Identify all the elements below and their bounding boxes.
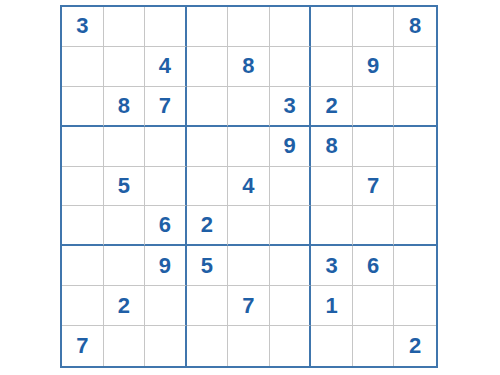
cell-r6c6[interactable] xyxy=(270,206,312,246)
cell-r2c5[interactable]: 8 xyxy=(228,47,270,87)
cell-r6c4[interactable]: 2 xyxy=(187,206,229,246)
cell-r7c7[interactable]: 3 xyxy=(311,246,353,286)
cell-r8c5[interactable]: 7 xyxy=(228,286,270,326)
cell-r9c6[interactable] xyxy=(270,326,312,366)
cell-r6c8[interactable] xyxy=(353,206,395,246)
cell-r4c6[interactable]: 9 xyxy=(270,127,312,167)
cell-r6c5[interactable] xyxy=(228,206,270,246)
cell-r7c3[interactable]: 9 xyxy=(145,246,187,286)
cell-r7c8[interactable]: 6 xyxy=(353,246,395,286)
cell-r9c8[interactable] xyxy=(353,326,395,366)
cell-r3c7[interactable]: 2 xyxy=(311,87,353,127)
cell-r1c6[interactable] xyxy=(270,7,312,47)
cell-r6c9[interactable] xyxy=(394,206,436,246)
cell-r2c6[interactable] xyxy=(270,47,312,87)
cell-r3c8[interactable] xyxy=(353,87,395,127)
cell-r5c3[interactable] xyxy=(145,167,187,207)
cell-r5c4[interactable] xyxy=(187,167,229,207)
cell-r4c8[interactable] xyxy=(353,127,395,167)
cell-r9c2[interactable] xyxy=(104,326,146,366)
cell-r6c7[interactable] xyxy=(311,206,353,246)
cell-r6c2[interactable] xyxy=(104,206,146,246)
cell-r1c2[interactable] xyxy=(104,7,146,47)
cell-r5c8[interactable]: 7 xyxy=(353,167,395,207)
sudoku-screen: 3848987329854762953627172 xyxy=(0,0,500,375)
cell-r1c5[interactable] xyxy=(228,7,270,47)
cell-r9c7[interactable] xyxy=(311,326,353,366)
cell-r4c3[interactable] xyxy=(145,127,187,167)
cell-r3c6[interactable]: 3 xyxy=(270,87,312,127)
cell-r4c7[interactable]: 8 xyxy=(311,127,353,167)
cell-r1c3[interactable] xyxy=(145,7,187,47)
cell-r2c3[interactable]: 4 xyxy=(145,47,187,87)
cell-r7c5[interactable] xyxy=(228,246,270,286)
cell-r1c8[interactable] xyxy=(353,7,395,47)
cell-r2c1[interactable] xyxy=(62,47,104,87)
cell-r9c5[interactable] xyxy=(228,326,270,366)
cell-r6c1[interactable] xyxy=(62,206,104,246)
cell-r6c3[interactable]: 6 xyxy=(145,206,187,246)
cell-r1c4[interactable] xyxy=(187,7,229,47)
cell-r2c2[interactable] xyxy=(104,47,146,87)
cell-r8c2[interactable]: 2 xyxy=(104,286,146,326)
cell-r9c4[interactable] xyxy=(187,326,229,366)
cell-r5c1[interactable] xyxy=(62,167,104,207)
cell-r7c4[interactable]: 5 xyxy=(187,246,229,286)
cell-r4c1[interactable] xyxy=(62,127,104,167)
cell-r8c4[interactable] xyxy=(187,286,229,326)
cell-r3c9[interactable] xyxy=(394,87,436,127)
cell-r3c5[interactable] xyxy=(228,87,270,127)
cell-r2c8[interactable]: 9 xyxy=(353,47,395,87)
cell-r4c5[interactable] xyxy=(228,127,270,167)
cell-r3c1[interactable] xyxy=(62,87,104,127)
cell-r5c9[interactable] xyxy=(394,167,436,207)
cell-r4c9[interactable] xyxy=(394,127,436,167)
cell-r5c6[interactable] xyxy=(270,167,312,207)
cell-r7c2[interactable] xyxy=(104,246,146,286)
cell-r5c7[interactable] xyxy=(311,167,353,207)
cell-r3c2[interactable]: 8 xyxy=(104,87,146,127)
cell-r1c1[interactable]: 3 xyxy=(62,7,104,47)
cell-r8c3[interactable] xyxy=(145,286,187,326)
cell-r7c6[interactable] xyxy=(270,246,312,286)
cell-r5c2[interactable]: 5 xyxy=(104,167,146,207)
sudoku-board: 3848987329854762953627172 xyxy=(60,5,438,368)
cell-r8c8[interactable] xyxy=(353,286,395,326)
cell-r3c4[interactable] xyxy=(187,87,229,127)
cell-r1c7[interactable] xyxy=(311,7,353,47)
cell-r9c9[interactable]: 2 xyxy=(394,326,436,366)
cell-r7c9[interactable] xyxy=(394,246,436,286)
cell-r8c1[interactable] xyxy=(62,286,104,326)
cell-r4c2[interactable] xyxy=(104,127,146,167)
cell-r8c6[interactable] xyxy=(270,286,312,326)
cell-r4c4[interactable] xyxy=(187,127,229,167)
cell-r3c3[interactable]: 7 xyxy=(145,87,187,127)
cell-r9c3[interactable] xyxy=(145,326,187,366)
cell-r2c9[interactable] xyxy=(394,47,436,87)
cell-r2c7[interactable] xyxy=(311,47,353,87)
cell-r9c1[interactable]: 7 xyxy=(62,326,104,366)
cell-r2c4[interactable] xyxy=(187,47,229,87)
cell-r5c5[interactable]: 4 xyxy=(228,167,270,207)
cell-r8c9[interactable] xyxy=(394,286,436,326)
cell-r1c9[interactable]: 8 xyxy=(394,7,436,47)
cell-r7c1[interactable] xyxy=(62,246,104,286)
cell-r8c7[interactable]: 1 xyxy=(311,286,353,326)
